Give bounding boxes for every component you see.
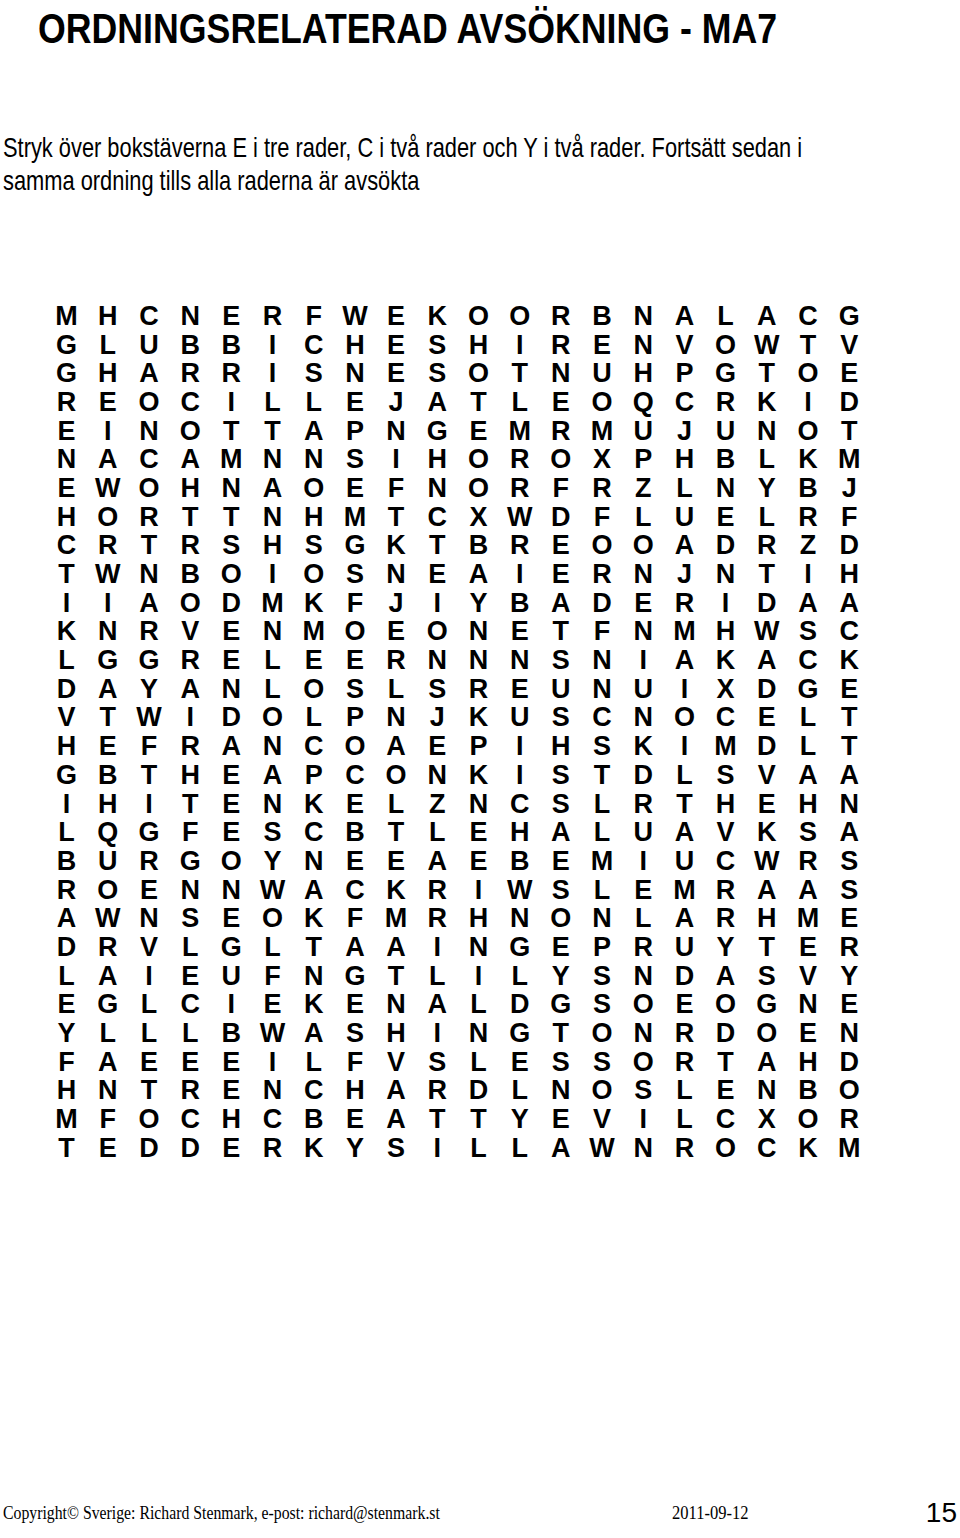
grid-cell-r5c1: E xyxy=(46,417,87,446)
grid-cell-r11c8: F xyxy=(334,589,375,618)
grid-cell-r26c11: N xyxy=(458,1019,499,1048)
grid-cell-r10c8: S xyxy=(334,560,375,589)
grid-cell-r15c6: O xyxy=(252,704,293,733)
grid-cell-r9c12: R xyxy=(499,532,540,561)
grid-cell-r24c15: N xyxy=(623,962,664,991)
grid-cell-r8c12: W xyxy=(499,503,540,532)
grid-cell-r9c1: C xyxy=(46,532,87,561)
grid-cell-r17c13: S xyxy=(540,761,581,790)
footer-date: 2011-09-12 xyxy=(672,1502,749,1524)
grid-cell-r26c7: A xyxy=(293,1019,334,1048)
grid-cell-r23c18: T xyxy=(746,933,787,962)
grid-cell-r16c20: T xyxy=(829,732,870,761)
grid-cell-r7c7: O xyxy=(293,474,334,503)
grid-cell-r14c4: A xyxy=(170,675,211,704)
grid-cell-r12c11: N xyxy=(458,618,499,647)
grid-cell-r4c16: C xyxy=(664,388,705,417)
grid-cell-r27c6: I xyxy=(252,1048,293,1077)
grid-cell-r16c6: N xyxy=(252,732,293,761)
grid-cell-r21c20: S xyxy=(829,876,870,905)
grid-cell-r20c7: N xyxy=(293,847,334,876)
grid-cell-r28c18: N xyxy=(746,1077,787,1106)
grid-cell-r28c4: R xyxy=(170,1077,211,1106)
grid-cell-r17c11: K xyxy=(458,761,499,790)
grid-cell-r28c11: D xyxy=(458,1077,499,1106)
grid-cell-r12c4: V xyxy=(170,618,211,647)
grid-cell-r29c13: E xyxy=(540,1105,581,1134)
grid-cell-r9c14: O xyxy=(581,532,622,561)
grid-cell-r30c6: R xyxy=(252,1134,293,1163)
grid-cell-r4c17: R xyxy=(705,388,746,417)
grid-cell-r20c5: O xyxy=(211,847,252,876)
grid-cell-r13c4: R xyxy=(170,646,211,675)
grid-cell-r20c20: S xyxy=(829,847,870,876)
grid-cell-r23c15: R xyxy=(623,933,664,962)
grid-cell-r24c5: U xyxy=(211,962,252,991)
grid-cell-r28c2: N xyxy=(87,1077,128,1106)
grid-cell-r28c13: N xyxy=(540,1077,581,1106)
grid-cell-r12c14: F xyxy=(581,618,622,647)
grid-cell-r26c2: L xyxy=(87,1019,128,1048)
grid-cell-r20c15: I xyxy=(623,847,664,876)
grid-cell-r28c19: B xyxy=(787,1077,828,1106)
grid-cell-r9c7: S xyxy=(293,532,334,561)
grid-cell-r17c6: A xyxy=(252,761,293,790)
grid-cell-r8c20: F xyxy=(829,503,870,532)
grid-cell-r30c18: C xyxy=(746,1134,787,1163)
grid-cell-r14c20: E xyxy=(829,675,870,704)
grid-cell-r14c14: N xyxy=(581,675,622,704)
grid-cell-r17c16: L xyxy=(664,761,705,790)
grid-cell-r19c17: V xyxy=(705,818,746,847)
grid-cell-r3c16: P xyxy=(664,359,705,388)
grid-cell-r24c13: Y xyxy=(540,962,581,991)
grid-cell-r25c1: E xyxy=(46,991,87,1020)
grid-cell-r14c13: U xyxy=(540,675,581,704)
grid-cell-r28c9: A xyxy=(376,1077,417,1106)
grid-cell-r16c14: S xyxy=(581,732,622,761)
grid-cell-r19c9: T xyxy=(376,818,417,847)
grid-cell-r19c14: L xyxy=(581,818,622,847)
grid-cell-r19c11: E xyxy=(458,818,499,847)
grid-cell-r4c8: E xyxy=(334,388,375,417)
grid-cell-r21c7: A xyxy=(293,876,334,905)
grid-cell-r30c15: N xyxy=(623,1134,664,1163)
grid-cell-r13c11: N xyxy=(458,646,499,675)
grid-cell-r23c5: G xyxy=(211,933,252,962)
grid-cell-r27c20: D xyxy=(829,1048,870,1077)
page-title: ORDNINGSRELATERAD AVSÖKNING - MA7 xyxy=(38,8,777,50)
grid-cell-r26c20: N xyxy=(829,1019,870,1048)
grid-cell-r15c3: W xyxy=(128,704,169,733)
grid-cell-r4c19: I xyxy=(787,388,828,417)
grid-cell-r3c1: G xyxy=(46,359,87,388)
grid-cell-r27c5: E xyxy=(211,1048,252,1077)
grid-cell-r3c14: U xyxy=(581,359,622,388)
grid-cell-r13c14: N xyxy=(581,646,622,675)
grid-cell-r7c6: A xyxy=(252,474,293,503)
grid-cell-r2c17: O xyxy=(705,331,746,360)
grid-cell-r9c17: D xyxy=(705,532,746,561)
grid-cell-r2c13: R xyxy=(540,331,581,360)
grid-cell-r7c10: N xyxy=(417,474,458,503)
grid-cell-r11c2: I xyxy=(87,589,128,618)
grid-cell-r4c15: Q xyxy=(623,388,664,417)
grid-cell-r13c10: N xyxy=(417,646,458,675)
grid-cell-r8c15: L xyxy=(623,503,664,532)
grid-cell-r12c7: M xyxy=(293,618,334,647)
grid-cell-r23c6: L xyxy=(252,933,293,962)
grid-cell-r16c9: A xyxy=(376,732,417,761)
grid-cell-r27c3: E xyxy=(128,1048,169,1077)
grid-cell-r11c4: O xyxy=(170,589,211,618)
grid-cell-r7c9: F xyxy=(376,474,417,503)
grid-cell-r24c18: S xyxy=(746,962,787,991)
grid-cell-r19c12: H xyxy=(499,818,540,847)
instructions-line-1: Stryk över bokstäverna E i tre rader, C … xyxy=(3,131,802,164)
grid-cell-r11c15: E xyxy=(623,589,664,618)
grid-cell-r21c14: L xyxy=(581,876,622,905)
grid-cell-r10c1: T xyxy=(46,560,87,589)
grid-cell-r7c19: B xyxy=(787,474,828,503)
grid-cell-r16c15: K xyxy=(623,732,664,761)
grid-cell-r22c12: N xyxy=(499,904,540,933)
grid-cell-r27c13: S xyxy=(540,1048,581,1077)
grid-cell-r30c2: E xyxy=(87,1134,128,1163)
grid-cell-r12c18: W xyxy=(746,618,787,647)
grid-cell-r4c1: R xyxy=(46,388,87,417)
grid-cell-r1c12: O xyxy=(499,302,540,331)
grid-cell-r8c14: F xyxy=(581,503,622,532)
grid-cell-r1c1: M xyxy=(46,302,87,331)
grid-cell-r12c1: K xyxy=(46,618,87,647)
grid-cell-r19c1: L xyxy=(46,818,87,847)
grid-cell-r17c5: E xyxy=(211,761,252,790)
grid-cell-r26c15: N xyxy=(623,1019,664,1048)
grid-cell-r21c10: R xyxy=(417,876,458,905)
grid-cell-r20c10: A xyxy=(417,847,458,876)
grid-cell-r24c4: E xyxy=(170,962,211,991)
grid-cell-r16c11: P xyxy=(458,732,499,761)
grid-cell-r18c20: N xyxy=(829,790,870,819)
grid-cell-r1c6: R xyxy=(252,302,293,331)
grid-cell-r2c7: C xyxy=(293,331,334,360)
grid-cell-r14c16: I xyxy=(664,675,705,704)
grid-cell-r14c1: D xyxy=(46,675,87,704)
grid-cell-r23c14: P xyxy=(581,933,622,962)
grid-cell-r25c9: N xyxy=(376,991,417,1020)
grid-cell-r15c9: N xyxy=(376,704,417,733)
grid-cell-r5c16: J xyxy=(664,417,705,446)
grid-cell-r30c3: D xyxy=(128,1134,169,1163)
grid-cell-r10c18: T xyxy=(746,560,787,589)
grid-cell-r26c16: R xyxy=(664,1019,705,1048)
grid-cell-r2c6: I xyxy=(252,331,293,360)
grid-cell-r25c15: O xyxy=(623,991,664,1020)
grid-cell-r14c18: D xyxy=(746,675,787,704)
grid-cell-r4c18: K xyxy=(746,388,787,417)
grid-cell-r26c1: Y xyxy=(46,1019,87,1048)
grid-cell-r18c9: L xyxy=(376,790,417,819)
grid-cell-r13c17: K xyxy=(705,646,746,675)
grid-cell-r30c13: A xyxy=(540,1134,581,1163)
grid-cell-r5c2: I xyxy=(87,417,128,446)
grid-cell-r27c9: V xyxy=(376,1048,417,1077)
grid-cell-r20c8: E xyxy=(334,847,375,876)
grid-cell-r7c14: R xyxy=(581,474,622,503)
grid-cell-r7c8: E xyxy=(334,474,375,503)
grid-cell-r24c7: N xyxy=(293,962,334,991)
grid-cell-r9c6: H xyxy=(252,532,293,561)
grid-cell-r16c18: D xyxy=(746,732,787,761)
grid-cell-r3c19: O xyxy=(787,359,828,388)
grid-cell-r7c12: R xyxy=(499,474,540,503)
grid-cell-r25c14: S xyxy=(581,991,622,1020)
grid-cell-r17c1: G xyxy=(46,761,87,790)
grid-cell-r13c16: A xyxy=(664,646,705,675)
grid-cell-r16c13: H xyxy=(540,732,581,761)
grid-cell-r14c9: L xyxy=(376,675,417,704)
grid-cell-r12c12: E xyxy=(499,618,540,647)
grid-cell-r30c4: D xyxy=(170,1134,211,1163)
grid-cell-r15c2: T xyxy=(87,704,128,733)
grid-cell-r14c8: S xyxy=(334,675,375,704)
grid-cell-r25c19: N xyxy=(787,991,828,1020)
grid-cell-r14c11: R xyxy=(458,675,499,704)
grid-cell-r29c17: C xyxy=(705,1105,746,1134)
grid-cell-r23c4: L xyxy=(170,933,211,962)
grid-cell-r4c6: L xyxy=(252,388,293,417)
grid-cell-r18c17: H xyxy=(705,790,746,819)
grid-cell-r10c12: I xyxy=(499,560,540,589)
grid-cell-r17c7: P xyxy=(293,761,334,790)
grid-cell-r18c13: S xyxy=(540,790,581,819)
grid-cell-r11c11: Y xyxy=(458,589,499,618)
grid-cell-r9c15: O xyxy=(623,532,664,561)
grid-cell-r18c6: N xyxy=(252,790,293,819)
grid-cell-r11c12: B xyxy=(499,589,540,618)
grid-cell-r8c6: N xyxy=(252,503,293,532)
grid-cell-r25c3: L xyxy=(128,991,169,1020)
grid-cell-r23c17: Y xyxy=(705,933,746,962)
grid-cell-r16c19: L xyxy=(787,732,828,761)
page-number: 15 xyxy=(926,1496,957,1530)
grid-cell-r12c16: M xyxy=(664,618,705,647)
grid-cell-r6c10: H xyxy=(417,445,458,474)
grid-cell-r19c6: S xyxy=(252,818,293,847)
grid-cell-r24c17: A xyxy=(705,962,746,991)
grid-cell-r21c5: N xyxy=(211,876,252,905)
grid-cell-r29c6: C xyxy=(252,1105,293,1134)
grid-cell-r29c1: M xyxy=(46,1105,87,1134)
grid-cell-r6c3: C xyxy=(128,445,169,474)
grid-cell-r6c6: N xyxy=(252,445,293,474)
grid-cell-r6c7: N xyxy=(293,445,334,474)
grid-cell-r8c19: R xyxy=(787,503,828,532)
grid-cell-r6c13: O xyxy=(540,445,581,474)
grid-cell-r23c7: T xyxy=(293,933,334,962)
grid-cell-r1c17: L xyxy=(705,302,746,331)
grid-cell-r24c3: I xyxy=(128,962,169,991)
grid-cell-r26c12: G xyxy=(499,1019,540,1048)
grid-cell-r4c10: A xyxy=(417,388,458,417)
grid-cell-r25c5: I xyxy=(211,991,252,1020)
grid-cell-r23c20: R xyxy=(829,933,870,962)
grid-cell-r13c12: N xyxy=(499,646,540,675)
grid-cell-r28c1: H xyxy=(46,1077,87,1106)
grid-cell-r26c3: L xyxy=(128,1019,169,1048)
grid-cell-r19c19: S xyxy=(787,818,828,847)
grid-cell-r4c3: O xyxy=(128,388,169,417)
grid-cell-r11c16: R xyxy=(664,589,705,618)
grid-cell-r10c17: N xyxy=(705,560,746,589)
grid-cell-r24c12: L xyxy=(499,962,540,991)
grid-cell-r5c6: T xyxy=(252,417,293,446)
grid-cell-r23c11: N xyxy=(458,933,499,962)
grid-cell-r29c19: O xyxy=(787,1105,828,1134)
grid-cell-r13c8: E xyxy=(334,646,375,675)
grid-cell-r15c7: L xyxy=(293,704,334,733)
grid-cell-r6c12: R xyxy=(499,445,540,474)
grid-cell-r29c20: R xyxy=(829,1105,870,1134)
grid-cell-r1c3: C xyxy=(128,302,169,331)
grid-cell-r9c8: G xyxy=(334,532,375,561)
grid-cell-r16c8: O xyxy=(334,732,375,761)
grid-cell-r12c19: S xyxy=(787,618,828,647)
grid-cell-r22c1: A xyxy=(46,904,87,933)
grid-cell-r5c4: O xyxy=(170,417,211,446)
grid-cell-r13c15: I xyxy=(623,646,664,675)
grid-cell-r27c2: A xyxy=(87,1048,128,1077)
grid-cell-r17c8: C xyxy=(334,761,375,790)
grid-cell-r13c5: E xyxy=(211,646,252,675)
grid-cell-r12c20: C xyxy=(829,618,870,647)
grid-cell-r16c7: C xyxy=(293,732,334,761)
grid-cell-r5c20: T xyxy=(829,417,870,446)
grid-cell-r25c18: G xyxy=(746,991,787,1020)
grid-cell-r30c5: E xyxy=(211,1134,252,1163)
grid-cell-r18c16: T xyxy=(664,790,705,819)
grid-cell-r1c7: F xyxy=(293,302,334,331)
grid-cell-r21c19: A xyxy=(787,876,828,905)
grid-cell-r27c7: L xyxy=(293,1048,334,1077)
grid-cell-r15c15: N xyxy=(623,704,664,733)
grid-cell-r9c16: A xyxy=(664,532,705,561)
grid-cell-r2c14: E xyxy=(581,331,622,360)
grid-cell-r24c6: F xyxy=(252,962,293,991)
grid-cell-r7c13: F xyxy=(540,474,581,503)
grid-cell-r28c5: E xyxy=(211,1077,252,1106)
grid-cell-r18c2: H xyxy=(87,790,128,819)
grid-cell-r2c8: H xyxy=(334,331,375,360)
grid-cell-r16c16: I xyxy=(664,732,705,761)
grid-cell-r20c1: B xyxy=(46,847,87,876)
grid-cell-r10c16: J xyxy=(664,560,705,589)
grid-cell-r18c7: K xyxy=(293,790,334,819)
grid-cell-r30c10: I xyxy=(417,1134,458,1163)
grid-cell-r6c9: I xyxy=(376,445,417,474)
grid-cell-r9c9: K xyxy=(376,532,417,561)
grid-cell-r20c2: U xyxy=(87,847,128,876)
grid-cell-r23c13: E xyxy=(540,933,581,962)
grid-cell-r26c6: W xyxy=(252,1019,293,1048)
grid-cell-r6c5: M xyxy=(211,445,252,474)
grid-cell-r19c4: F xyxy=(170,818,211,847)
grid-cell-r29c4: C xyxy=(170,1105,211,1134)
grid-cell-r27c16: R xyxy=(664,1048,705,1077)
grid-cell-r15c13: S xyxy=(540,704,581,733)
grid-cell-r22c16: A xyxy=(664,904,705,933)
grid-cell-r4c11: T xyxy=(458,388,499,417)
grid-cell-r25c12: D xyxy=(499,991,540,1020)
grid-cell-r21c2: O xyxy=(87,876,128,905)
grid-cell-r13c20: K xyxy=(829,646,870,675)
grid-cell-r12c6: N xyxy=(252,618,293,647)
grid-cell-r2c19: T xyxy=(787,331,828,360)
grid-cell-r1c13: R xyxy=(540,302,581,331)
grid-cell-r4c7: L xyxy=(293,388,334,417)
grid-cell-r26c8: S xyxy=(334,1019,375,1048)
grid-cell-r5c9: N xyxy=(376,417,417,446)
grid-cell-r5c10: G xyxy=(417,417,458,446)
grid-cell-r18c1: I xyxy=(46,790,87,819)
grid-cell-r25c2: G xyxy=(87,991,128,1020)
grid-cell-r1c4: N xyxy=(170,302,211,331)
grid-cell-r13c19: C xyxy=(787,646,828,675)
grid-cell-r14c2: A xyxy=(87,675,128,704)
grid-cell-r17c15: D xyxy=(623,761,664,790)
grid-cell-r28c15: S xyxy=(623,1077,664,1106)
grid-cell-r3c15: H xyxy=(623,359,664,388)
grid-cell-r15c20: T xyxy=(829,704,870,733)
grid-cell-r2c16: V xyxy=(664,331,705,360)
grid-cell-r8c5: T xyxy=(211,503,252,532)
grid-cell-r30c11: L xyxy=(458,1134,499,1163)
grid-cell-r27c18: A xyxy=(746,1048,787,1077)
grid-cell-r12c15: N xyxy=(623,618,664,647)
grid-cell-r22c15: L xyxy=(623,904,664,933)
grid-cell-r25c8: E xyxy=(334,991,375,1020)
grid-cell-r27c11: L xyxy=(458,1048,499,1077)
grid-cell-r1c14: B xyxy=(581,302,622,331)
grid-cell-r8c7: H xyxy=(293,503,334,532)
instructions: Stryk över bokstäverna E i tre rader, C … xyxy=(3,131,802,197)
grid-cell-r2c2: L xyxy=(87,331,128,360)
grid-cell-r10c9: N xyxy=(376,560,417,589)
grid-cell-r29c14: V xyxy=(581,1105,622,1134)
grid-cell-r3c5: R xyxy=(211,359,252,388)
grid-cell-r27c1: F xyxy=(46,1048,87,1077)
grid-cell-r1c18: A xyxy=(746,302,787,331)
grid-cell-r30c12: L xyxy=(499,1134,540,1163)
grid-cell-r9c11: B xyxy=(458,532,499,561)
grid-cell-r3c4: R xyxy=(170,359,211,388)
grid-cell-r2c12: I xyxy=(499,331,540,360)
grid-cell-r28c12: L xyxy=(499,1077,540,1106)
grid-cell-r7c1: E xyxy=(46,474,87,503)
grid-cell-r10c19: I xyxy=(787,560,828,589)
grid-cell-r7c18: Y xyxy=(746,474,787,503)
grid-cell-r29c10: T xyxy=(417,1105,458,1134)
grid-cell-r11c19: A xyxy=(787,589,828,618)
grid-cell-r25c16: E xyxy=(664,991,705,1020)
grid-cell-r15c16: O xyxy=(664,704,705,733)
grid-cell-r3c20: E xyxy=(829,359,870,388)
grid-cell-r18c18: E xyxy=(746,790,787,819)
grid-cell-r8c2: O xyxy=(87,503,128,532)
grid-cell-r14c5: N xyxy=(211,675,252,704)
grid-cell-r19c7: C xyxy=(293,818,334,847)
